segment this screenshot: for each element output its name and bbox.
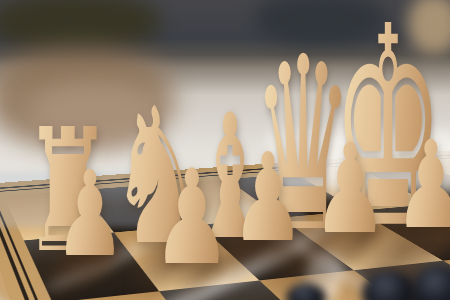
- piece-white-pawn-a2[interactable]: ♟: [54, 155, 126, 273]
- piece-white-pawn-b2[interactable]: ♟: [152, 152, 232, 283]
- piece-white-pawn-d2[interactable]: ♟: [312, 127, 388, 251]
- pawn-glyph: ♟: [231, 137, 305, 259]
- piece-white-pawn-c2[interactable]: ♟: [231, 137, 305, 259]
- background-blur-blob: [0, 0, 160, 52]
- pawn-glyph: ♟: [54, 155, 126, 273]
- photo-canvas: ♜♞♝♛♚♟♟♟♟♟: [0, 0, 450, 300]
- pawn-glyph: ♟: [312, 127, 388, 251]
- pawn-glyph: ♟: [394, 125, 450, 246]
- piece-white-pawn-e2[interactable]: ♟: [394, 125, 450, 246]
- pawn-glyph: ♟: [152, 152, 232, 283]
